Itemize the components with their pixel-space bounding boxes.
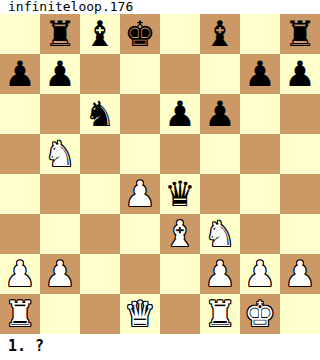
piece-white-king: ♚ xyxy=(244,294,275,334)
piece-black-pawn: ♟ xyxy=(44,54,75,94)
square-g5[interactable] xyxy=(240,134,280,174)
square-c3[interactable] xyxy=(80,214,120,254)
square-e2[interactable] xyxy=(160,254,200,294)
square-c7[interactable] xyxy=(80,54,120,94)
square-d4[interactable]: ♟ xyxy=(120,174,160,214)
square-a2[interactable]: ♟ xyxy=(0,254,40,294)
square-c6[interactable]: ♞ xyxy=(80,94,120,134)
square-g6[interactable] xyxy=(240,94,280,134)
square-f2[interactable]: ♟ xyxy=(200,254,240,294)
piece-black-rook: ♜ xyxy=(284,14,315,54)
piece-black-knight: ♞ xyxy=(84,94,115,134)
square-h7[interactable]: ♟ xyxy=(280,54,320,94)
piece-black-queen: ♛ xyxy=(164,174,195,214)
square-e3[interactable]: ♝ xyxy=(160,214,200,254)
square-f1[interactable]: ♜ xyxy=(200,294,240,334)
square-c8[interactable]: ♝ xyxy=(80,14,120,54)
square-d8[interactable]: ♚ xyxy=(120,14,160,54)
chess-board: ♜♝♚♝♜♟♟♟♟♞♟♟♞♟♛♝♞♟♟♟♟♟♜♛♜♚ xyxy=(0,14,320,334)
square-a4[interactable] xyxy=(0,174,40,214)
square-f6[interactable]: ♟ xyxy=(200,94,240,134)
square-f7[interactable] xyxy=(200,54,240,94)
square-h2[interactable]: ♟ xyxy=(280,254,320,294)
square-d3[interactable] xyxy=(120,214,160,254)
square-g2[interactable]: ♟ xyxy=(240,254,280,294)
square-f8[interactable]: ♝ xyxy=(200,14,240,54)
square-a3[interactable] xyxy=(0,214,40,254)
square-e5[interactable] xyxy=(160,134,200,174)
square-h3[interactable] xyxy=(280,214,320,254)
square-b5[interactable]: ♞ xyxy=(40,134,80,174)
square-b1[interactable] xyxy=(40,294,80,334)
piece-white-pawn: ♟ xyxy=(244,254,275,294)
piece-black-pawn: ♟ xyxy=(204,94,235,134)
square-a8[interactable] xyxy=(0,14,40,54)
status-bar: 1. ? xyxy=(0,334,320,360)
window-title: infiniteloop.176 xyxy=(8,0,133,14)
square-h6[interactable] xyxy=(280,94,320,134)
piece-black-rook: ♜ xyxy=(44,14,75,54)
piece-black-pawn: ♟ xyxy=(164,94,195,134)
square-g3[interactable] xyxy=(240,214,280,254)
piece-white-pawn: ♟ xyxy=(284,254,315,294)
square-g1[interactable]: ♚ xyxy=(240,294,280,334)
square-f3[interactable]: ♞ xyxy=(200,214,240,254)
square-b2[interactable]: ♟ xyxy=(40,254,80,294)
piece-white-pawn: ♟ xyxy=(4,254,35,294)
chess-app-window: infiniteloop.176 ♜♝♚♝♜♟♟♟♟♞♟♟♞♟♛♝♞♟♟♟♟♟♜… xyxy=(0,0,320,360)
square-e8[interactable] xyxy=(160,14,200,54)
square-e7[interactable] xyxy=(160,54,200,94)
piece-black-bishop: ♝ xyxy=(84,14,115,54)
piece-white-pawn: ♟ xyxy=(204,254,235,294)
move-prompt: 1. ? xyxy=(8,337,44,355)
square-b3[interactable] xyxy=(40,214,80,254)
piece-white-rook: ♜ xyxy=(204,294,235,334)
piece-white-pawn: ♟ xyxy=(44,254,75,294)
square-a1[interactable]: ♜ xyxy=(0,294,40,334)
square-c4[interactable] xyxy=(80,174,120,214)
square-c5[interactable] xyxy=(80,134,120,174)
square-b7[interactable]: ♟ xyxy=(40,54,80,94)
square-g8[interactable] xyxy=(240,14,280,54)
piece-white-queen: ♛ xyxy=(124,294,155,334)
square-h4[interactable] xyxy=(280,174,320,214)
square-e4[interactable]: ♛ xyxy=(160,174,200,214)
square-e1[interactable] xyxy=(160,294,200,334)
square-a7[interactable]: ♟ xyxy=(0,54,40,94)
square-d1[interactable]: ♛ xyxy=(120,294,160,334)
square-f5[interactable] xyxy=(200,134,240,174)
square-d7[interactable] xyxy=(120,54,160,94)
piece-black-pawn: ♟ xyxy=(4,54,35,94)
square-e6[interactable]: ♟ xyxy=(160,94,200,134)
square-g4[interactable] xyxy=(240,174,280,214)
square-g7[interactable]: ♟ xyxy=(240,54,280,94)
square-c2[interactable] xyxy=(80,254,120,294)
square-a5[interactable] xyxy=(0,134,40,174)
piece-white-pawn: ♟ xyxy=(124,174,155,214)
piece-white-rook: ♜ xyxy=(4,294,35,334)
square-d6[interactable] xyxy=(120,94,160,134)
square-b6[interactable] xyxy=(40,94,80,134)
square-h1[interactable] xyxy=(280,294,320,334)
title-bar: infiniteloop.176 xyxy=(0,0,320,14)
piece-white-bishop: ♝ xyxy=(164,214,195,254)
square-d5[interactable] xyxy=(120,134,160,174)
piece-black-bishop: ♝ xyxy=(204,14,235,54)
square-c1[interactable] xyxy=(80,294,120,334)
square-f4[interactable] xyxy=(200,174,240,214)
square-d2[interactable] xyxy=(120,254,160,294)
square-b4[interactable] xyxy=(40,174,80,214)
piece-white-knight: ♞ xyxy=(44,134,75,174)
square-b8[interactable]: ♜ xyxy=(40,14,80,54)
piece-black-pawn: ♟ xyxy=(284,54,315,94)
piece-black-king: ♚ xyxy=(124,14,155,54)
square-h8[interactable]: ♜ xyxy=(280,14,320,54)
piece-black-pawn: ♟ xyxy=(244,54,275,94)
piece-white-knight: ♞ xyxy=(204,214,235,254)
square-h5[interactable] xyxy=(280,134,320,174)
square-a6[interactable] xyxy=(0,94,40,134)
